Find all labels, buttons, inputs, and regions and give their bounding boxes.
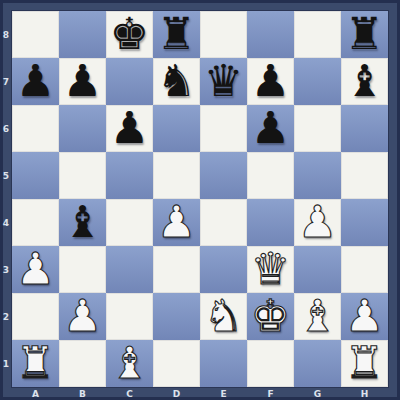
square-e5[interactable] [200,152,247,199]
square-f4[interactable] [247,199,294,246]
rank-label-2: 2 [0,293,12,340]
square-h7[interactable]: ♝ [341,58,388,105]
rank-label-4: 4 [0,199,12,246]
black-rook[interactable]: ♜ [157,12,196,56]
square-c6[interactable]: ♟ [106,105,153,152]
square-e1[interactable] [200,340,247,387]
rank-labels: 87654321 [0,11,12,387]
square-a4[interactable] [12,199,59,246]
white-pawn[interactable]: ♟ [157,200,196,244]
square-d5[interactable] [153,152,200,199]
white-rook[interactable]: ♜ [16,341,55,385]
square-e7[interactable]: ♛ [200,58,247,105]
square-d6[interactable] [153,105,200,152]
square-h5[interactable] [341,152,388,199]
square-f8[interactable] [247,11,294,58]
rank-label-8: 8 [0,11,12,58]
square-h1[interactable]: ♜ [341,340,388,387]
square-f6[interactable]: ♟ [247,105,294,152]
black-knight[interactable]: ♞ [157,59,196,103]
square-b8[interactable] [59,11,106,58]
white-king[interactable]: ♚ [251,294,290,338]
rank-label-7: 7 [0,58,12,105]
square-b4[interactable]: ♝ [59,199,106,246]
square-c7[interactable] [106,58,153,105]
white-pawn[interactable]: ♟ [298,200,337,244]
black-queen[interactable]: ♛ [204,59,243,103]
file-label-a: A [12,387,59,400]
file-label-f: F [247,387,294,400]
file-labels: ABCDEFGH [12,387,388,400]
white-pawn[interactable]: ♟ [63,294,102,338]
square-c1[interactable]: ♝ [106,340,153,387]
square-d4[interactable]: ♟ [153,199,200,246]
file-label-d: D [153,387,200,400]
black-pawn[interactable]: ♟ [110,106,149,150]
square-b5[interactable] [59,152,106,199]
square-a3[interactable]: ♟ [12,246,59,293]
square-d2[interactable] [153,293,200,340]
square-c2[interactable] [106,293,153,340]
rank-label-6: 6 [0,105,12,152]
black-pawn[interactable]: ♟ [251,106,290,150]
square-e8[interactable] [200,11,247,58]
square-c5[interactable] [106,152,153,199]
square-d8[interactable]: ♜ [153,11,200,58]
rank-label-5: 5 [0,152,12,199]
square-c4[interactable] [106,199,153,246]
square-h8[interactable]: ♜ [341,11,388,58]
square-a7[interactable]: ♟ [12,58,59,105]
square-a6[interactable] [12,105,59,152]
square-b1[interactable] [59,340,106,387]
black-bishop[interactable]: ♝ [345,59,384,103]
square-g5[interactable] [294,152,341,199]
black-pawn[interactable]: ♟ [251,59,290,103]
square-h2[interactable]: ♟ [341,293,388,340]
file-label-e: E [200,387,247,400]
white-bishop[interactable]: ♝ [298,294,337,338]
square-g6[interactable] [294,105,341,152]
square-b6[interactable] [59,105,106,152]
black-king[interactable]: ♚ [110,12,149,56]
white-rook[interactable]: ♜ [345,341,384,385]
square-h6[interactable] [341,105,388,152]
square-g2[interactable]: ♝ [294,293,341,340]
square-d7[interactable]: ♞ [153,58,200,105]
chess-diagram: ♚♜♜♟♟♞♛♟♝♟♟♝♟♟♟♛♟♞♚♝♟♜♝♜ 87654321 ABCDEF… [0,0,400,400]
square-d1[interactable] [153,340,200,387]
square-e3[interactable] [200,246,247,293]
black-pawn[interactable]: ♟ [63,59,102,103]
square-e4[interactable] [200,199,247,246]
square-f2[interactable]: ♚ [247,293,294,340]
rank-label-1: 1 [0,340,12,387]
file-label-c: C [106,387,153,400]
square-f3[interactable]: ♛ [247,246,294,293]
square-a2[interactable] [12,293,59,340]
square-g7[interactable] [294,58,341,105]
chess-board: ♚♜♜♟♟♞♛♟♝♟♟♝♟♟♟♛♟♞♚♝♟♜♝♜ [12,11,388,387]
square-f7[interactable]: ♟ [247,58,294,105]
file-label-b: B [59,387,106,400]
file-label-g: G [294,387,341,400]
square-g8[interactable] [294,11,341,58]
square-f1[interactable] [247,340,294,387]
white-queen[interactable]: ♛ [251,247,290,291]
square-e2[interactable]: ♞ [200,293,247,340]
square-a1[interactable]: ♜ [12,340,59,387]
file-label-h: H [341,387,388,400]
square-b7[interactable]: ♟ [59,58,106,105]
square-d3[interactable] [153,246,200,293]
square-c8[interactable]: ♚ [106,11,153,58]
rank-label-3: 3 [0,246,12,293]
white-bishop[interactable]: ♝ [110,341,149,385]
black-pawn[interactable]: ♟ [16,59,55,103]
square-a5[interactable] [12,152,59,199]
square-a8[interactable] [12,11,59,58]
white-pawn[interactable]: ♟ [16,247,55,291]
square-g1[interactable] [294,340,341,387]
white-knight[interactable]: ♞ [204,294,243,338]
black-bishop[interactable]: ♝ [63,200,102,244]
square-b2[interactable]: ♟ [59,293,106,340]
square-e6[interactable] [200,105,247,152]
white-pawn[interactable]: ♟ [345,294,384,338]
square-b3[interactable] [59,246,106,293]
square-h3[interactable] [341,246,388,293]
square-h4[interactable] [341,199,388,246]
square-g4[interactable]: ♟ [294,199,341,246]
square-c3[interactable] [106,246,153,293]
black-rook[interactable]: ♜ [345,12,384,56]
square-g3[interactable] [294,246,341,293]
square-f5[interactable] [247,152,294,199]
